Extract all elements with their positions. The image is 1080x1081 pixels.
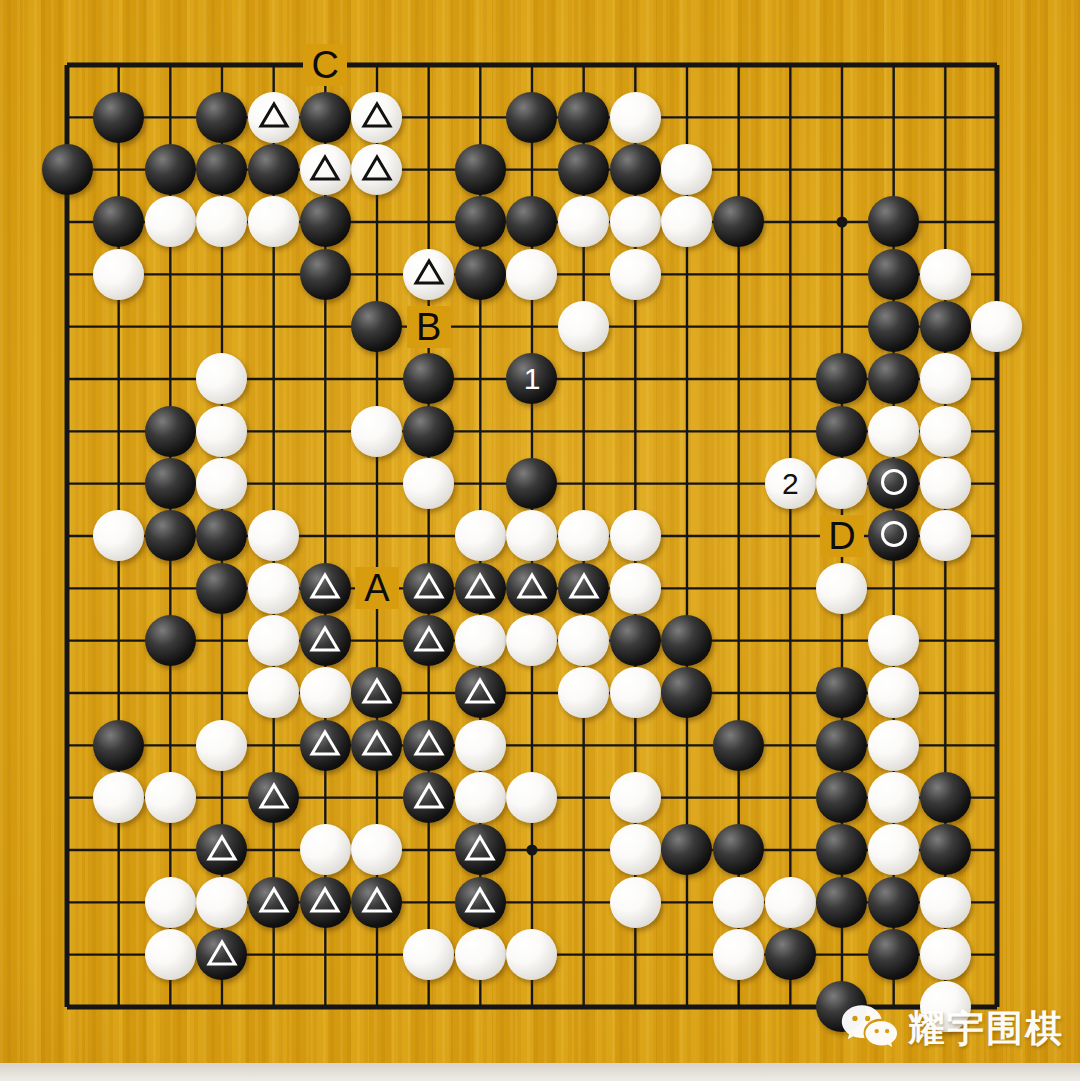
stone-white [403, 249, 454, 300]
stone-white [610, 667, 661, 718]
point-label-C: C [303, 44, 347, 86]
stone-white [868, 406, 919, 457]
stone-black [455, 667, 506, 718]
point-label-D: D [820, 515, 864, 557]
triangle-mark [464, 572, 496, 604]
stone-black [868, 929, 919, 980]
triangle-mark [413, 782, 445, 814]
stone-black [300, 720, 351, 771]
point-label-B: B [407, 306, 451, 348]
stone-black [196, 563, 247, 614]
triangle-mark [413, 572, 445, 604]
stone-white [145, 877, 196, 928]
stone-black [300, 92, 351, 143]
stone-white [558, 615, 609, 666]
stone-white [455, 720, 506, 771]
stone-white [920, 510, 971, 561]
stone-black [455, 877, 506, 928]
stone-white [300, 824, 351, 875]
stone-black [300, 196, 351, 247]
stone-white [145, 196, 196, 247]
stone-white [455, 929, 506, 980]
stone-white [610, 510, 661, 561]
stone-white [816, 563, 867, 614]
stone-black [248, 877, 299, 928]
stone-black [506, 563, 557, 614]
move-number: 2 [782, 469, 799, 499]
stone-black [403, 720, 454, 771]
stone-white [455, 510, 506, 561]
triangle-mark [568, 572, 600, 604]
stone-white [300, 667, 351, 718]
triangle-mark [413, 729, 445, 761]
stone-black [145, 406, 196, 457]
stone-white [455, 772, 506, 823]
triangle-mark [464, 886, 496, 918]
stone-white [196, 406, 247, 457]
point-label-A: A [355, 567, 399, 609]
triangle-mark [258, 886, 290, 918]
triangle-mark [309, 729, 341, 761]
triangle-mark [309, 886, 341, 918]
stone-black [455, 563, 506, 614]
circle-mark [879, 467, 909, 501]
triangle-mark [516, 572, 548, 604]
triangle-mark [206, 834, 238, 866]
stone-black [145, 510, 196, 561]
stone-white [403, 929, 454, 980]
stone-black [455, 144, 506, 195]
stone-white [351, 92, 402, 143]
stone-black [300, 877, 351, 928]
stone-white [868, 615, 919, 666]
stone-black [42, 144, 93, 195]
stone-white [455, 615, 506, 666]
stone-black [300, 615, 351, 666]
stone-white [610, 92, 661, 143]
stone-black [403, 406, 454, 457]
stone-black [145, 458, 196, 509]
wechat-icon [840, 1003, 898, 1055]
stone-white [93, 772, 144, 823]
triangle-mark [309, 572, 341, 604]
stone-black [506, 92, 557, 143]
go-board-diagram: 12 CBAD 耀宇围棋 [0, 0, 1080, 1081]
triangle-mark [258, 101, 290, 133]
triangle-mark [361, 101, 393, 133]
triangle-mark [309, 154, 341, 186]
stone-black [920, 301, 971, 352]
stone-white [920, 458, 971, 509]
triangle-mark [464, 677, 496, 709]
stone-white [610, 196, 661, 247]
stone-white [610, 563, 661, 614]
stone-white [610, 249, 661, 300]
stone-white [920, 249, 971, 300]
triangle-mark [464, 834, 496, 866]
stone-white [145, 929, 196, 980]
stone-black [455, 249, 506, 300]
stone-white [248, 563, 299, 614]
stone-black [93, 720, 144, 771]
stone-black [868, 877, 919, 928]
stone-white [248, 615, 299, 666]
stone-white [920, 929, 971, 980]
stone-black [610, 615, 661, 666]
stone-black [403, 772, 454, 823]
stone-black [455, 824, 506, 875]
triangle-mark [309, 625, 341, 657]
stone-black [868, 458, 919, 509]
stone-white [248, 92, 299, 143]
stone-black [455, 196, 506, 247]
watermark: 耀宇围棋 [840, 1003, 1064, 1055]
stone-white [558, 301, 609, 352]
triangle-mark [361, 729, 393, 761]
stone-white [196, 877, 247, 928]
triangle-mark [413, 258, 445, 290]
triangle-mark [413, 625, 445, 657]
stone-black [713, 720, 764, 771]
stone-black [196, 92, 247, 143]
move-number: 1 [524, 364, 541, 394]
stone-black [351, 720, 402, 771]
stone-black [248, 144, 299, 195]
stone-black [93, 92, 144, 143]
watermark-text: 耀宇围棋 [908, 1004, 1064, 1054]
stone-black [300, 563, 351, 614]
stone-black [145, 615, 196, 666]
triangle-mark [361, 886, 393, 918]
stone-white [145, 772, 196, 823]
stone-black [351, 877, 402, 928]
stone-white [920, 406, 971, 457]
stone-white [713, 929, 764, 980]
stone-black [248, 772, 299, 823]
stone-black [558, 563, 609, 614]
stone-white: 2 [765, 458, 816, 509]
stone-white [196, 720, 247, 771]
stone-white [920, 353, 971, 404]
triangle-mark [361, 154, 393, 186]
stone-black [300, 249, 351, 300]
stone-white [610, 772, 661, 823]
stone-white [868, 772, 919, 823]
stone-white [506, 249, 557, 300]
stone-black [816, 406, 867, 457]
stone-black [558, 92, 609, 143]
stone-black [868, 301, 919, 352]
stone-white [351, 406, 402, 457]
stone-black [610, 144, 661, 195]
stone-black [403, 615, 454, 666]
stone-black [868, 249, 919, 300]
stone-white [300, 144, 351, 195]
stone-black [403, 563, 454, 614]
stone-black [558, 144, 609, 195]
stone-white [920, 877, 971, 928]
circle-mark [879, 519, 909, 553]
stone-black [816, 720, 867, 771]
stone-white [93, 249, 144, 300]
stone-white [403, 458, 454, 509]
stone-black [920, 824, 971, 875]
triangle-mark [258, 782, 290, 814]
stone-black [145, 144, 196, 195]
stone-black [920, 772, 971, 823]
stone-white [765, 877, 816, 928]
stone-black [816, 877, 867, 928]
stone-black [765, 929, 816, 980]
photo-edge-strip [0, 1063, 1080, 1081]
stone-white [610, 824, 661, 875]
stone-white [610, 877, 661, 928]
triangle-mark [361, 677, 393, 709]
triangle-mark [206, 939, 238, 971]
stone-white [713, 877, 764, 928]
stone-white [868, 720, 919, 771]
